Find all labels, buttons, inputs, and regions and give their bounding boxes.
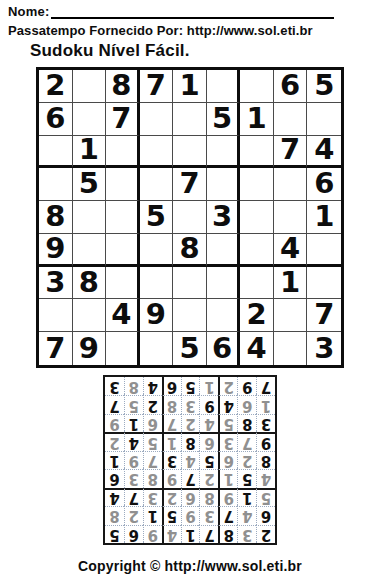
solution-cell-r2c5: 9 <box>181 506 200 524</box>
solution-cell-r3c7: 3 <box>143 488 162 506</box>
solution-cell-r3c9: 4 <box>105 488 124 506</box>
puzzle-cell-r1c3: 8 <box>106 70 140 103</box>
puzzle-cell-r1c1: 2 <box>39 70 73 103</box>
puzzle-cell-r9c5: 5 <box>173 332 207 365</box>
puzzle-cell-r7c7[interactable] <box>240 267 274 300</box>
solution-cell-r2c9: 8 <box>105 506 124 524</box>
puzzle-cell-r8c4: 9 <box>140 299 174 332</box>
solution-cell-r9c7: 4 <box>143 377 162 395</box>
solution-cell-r3c5: 6 <box>181 488 200 506</box>
solution-cell-r8c5: 3 <box>181 395 200 413</box>
solution-cell-r5c7: 7 <box>143 451 162 469</box>
solution-cell-r1c2: 3 <box>237 525 256 543</box>
solution-cell-r3c8: 7 <box>124 488 143 506</box>
puzzle-cell-r1c4: 7 <box>140 70 174 103</box>
solution-cell-r8c8: 5 <box>124 395 143 413</box>
puzzle-cell-r4c2: 5 <box>73 168 107 201</box>
solution-cell-r6c4: 6 <box>199 432 218 450</box>
solution-cell-r6c7: 5 <box>143 432 162 450</box>
puzzle-cell-r5c7[interactable] <box>240 201 274 234</box>
puzzle-cell-r9c3[interactable] <box>106 332 140 365</box>
puzzle-cell-r2c8[interactable] <box>274 103 308 136</box>
puzzle-cell-r5c5[interactable] <box>173 201 207 234</box>
solution-cell-r5c3: 6 <box>218 451 237 469</box>
solution-cell-r4c9: 6 <box>105 469 124 487</box>
solution-cell-r5c4: 5 <box>199 451 218 469</box>
puzzle-cell-r2c9[interactable] <box>307 103 341 136</box>
solution-cell-r1c7: 9 <box>143 525 162 543</box>
puzzle-cell-r3c7[interactable] <box>240 136 274 169</box>
puzzle-cell-r9c9: 3 <box>307 332 341 365</box>
puzzle-cell-r9c2: 9 <box>73 332 107 365</box>
solution-cell-r2c2: 4 <box>237 506 256 524</box>
solution-cell-r9c1: 7 <box>256 377 275 395</box>
solution-cell-r7c5: 2 <box>181 414 200 432</box>
solution-cell-r7c9: 9 <box>105 414 124 432</box>
solution-cell-r7c4: 4 <box>199 414 218 432</box>
puzzle-cell-r8c7: 2 <box>240 299 274 332</box>
solution-cell-r5c8: 9 <box>124 451 143 469</box>
puzzle-cell-r6c6[interactable] <box>207 234 241 267</box>
puzzle-cell-r6c3[interactable] <box>106 234 140 267</box>
solution-cell-r7c7: 6 <box>143 414 162 432</box>
solution-cell-r5c1: 8 <box>256 451 275 469</box>
puzzle-cell-r8c1[interactable] <box>39 299 73 332</box>
solution-cell-r2c8: 2 <box>124 506 143 524</box>
puzzle-cell-r7c6[interactable] <box>207 267 241 300</box>
solution-cell-r3c4: 8 <box>199 488 218 506</box>
solution-cell-r2c1: 6 <box>256 506 275 524</box>
puzzle-cell-r4c9: 6 <box>307 168 341 201</box>
puzzle-cell-r3c1[interactable] <box>39 136 73 169</box>
puzzle-cell-r1c2[interactable] <box>73 70 107 103</box>
puzzle-cell-r4c4[interactable] <box>140 168 174 201</box>
puzzle-cell-r1c6[interactable] <box>207 70 241 103</box>
name-label: Nome: <box>8 4 49 19</box>
puzzle-cell-r3c9: 4 <box>307 136 341 169</box>
puzzle-cell-r4c8[interactable] <box>274 168 308 201</box>
puzzle-cell-r5c3[interactable] <box>106 201 140 234</box>
solution-cell-r4c8: 3 <box>124 469 143 487</box>
puzzle-cell-r2c3: 7 <box>106 103 140 136</box>
puzzle-cell-r2c6: 5 <box>207 103 241 136</box>
solution-cell-r9c6: 6 <box>162 377 181 395</box>
puzzle-cell-r4c1[interactable] <box>39 168 73 201</box>
puzzle-cell-r4c7[interactable] <box>240 168 274 201</box>
solution-cell-r9c9: 3 <box>105 377 124 395</box>
name-row: Nome: <box>8 3 334 19</box>
solution-cell-r8c3: 4 <box>218 395 237 413</box>
solution-cell-r1c8: 6 <box>124 525 143 543</box>
puzzle-cell-r9c8[interactable] <box>274 332 308 365</box>
puzzle-cell-r5c1: 8 <box>39 201 73 234</box>
puzzle-cell-r6c4[interactable] <box>140 234 174 267</box>
puzzle-cell-r7c4[interactable] <box>140 267 174 300</box>
solution-cell-r7c2: 8 <box>237 414 256 432</box>
solution-cell-r1c4: 7 <box>199 525 218 543</box>
page-title: Sudoku Nível Fácil. <box>30 41 190 61</box>
solution-cell-r4c7: 8 <box>143 469 162 487</box>
puzzle-cell-r3c3[interactable] <box>106 136 140 169</box>
puzzle-cell-r8c6[interactable] <box>207 299 241 332</box>
puzzle-cell-r6c1: 9 <box>39 234 73 267</box>
puzzle-cell-r1c9: 5 <box>307 70 341 103</box>
solution-cell-r1c9: 5 <box>105 525 124 543</box>
solution-cell-r9c3: 2 <box>218 377 237 395</box>
solution-cell-r7c8: 1 <box>124 414 143 432</box>
solution-cell-r4c3: 1 <box>218 469 237 487</box>
puzzle-cell-r6c8: 4 <box>274 234 308 267</box>
puzzle-cell-r9c6: 6 <box>207 332 241 365</box>
puzzle-cell-r5c6: 3 <box>207 201 241 234</box>
sudoku-worksheet-page: Nome: Passatempo Fornecido Por: http://w… <box>0 0 380 585</box>
name-blank-line[interactable] <box>51 3 334 19</box>
solution-cell-r6c9: 2 <box>105 432 124 450</box>
solution-cell-r8c9: 7 <box>105 395 124 413</box>
puzzle-cell-r3c4[interactable] <box>140 136 174 169</box>
solution-cell-r8c2: 6 <box>237 395 256 413</box>
solution-cell-r4c2: 5 <box>237 469 256 487</box>
puzzle-cell-r6c5: 8 <box>173 234 207 267</box>
puzzle-cell-r3c8: 7 <box>274 136 308 169</box>
puzzle-cell-r9c7: 4 <box>240 332 274 365</box>
puzzle-cell-r6c9[interactable] <box>307 234 341 267</box>
puzzle-cell-r1c8: 6 <box>274 70 308 103</box>
puzzle-cell-r4c5: 7 <box>173 168 207 201</box>
solution-cell-r4c4: 2 <box>199 469 218 487</box>
puzzle-cell-r1c7[interactable] <box>240 70 274 103</box>
solution-cell-r2c3: 7 <box>218 506 237 524</box>
puzzle-cell-r7c3[interactable] <box>106 267 140 300</box>
solution-cell-r7c1: 3 <box>256 414 275 432</box>
puzzle-cell-r4c3[interactable] <box>106 168 140 201</box>
solution-cell-r3c6: 2 <box>162 488 181 506</box>
solution-cell-r1c5: 1 <box>181 525 200 543</box>
solution-cell-r1c1: 2 <box>256 525 275 543</box>
solution-cell-r7c3: 5 <box>218 414 237 432</box>
puzzle-cell-r7c1: 3 <box>39 267 73 300</box>
solution-cell-r5c2: 2 <box>237 451 256 469</box>
solution-grid-rotated-180: 2387149656473951285198623744512798368265… <box>103 375 277 545</box>
solution-cell-r4c5: 7 <box>181 469 200 487</box>
puzzle-cell-r1c5: 1 <box>173 70 207 103</box>
solution-cell-r6c2: 7 <box>237 432 256 450</box>
solution-cell-r6c3: 3 <box>218 432 237 450</box>
solution-cell-r2c7: 1 <box>143 506 162 524</box>
solution-cell-r6c6: 1 <box>162 432 181 450</box>
solution-cell-r3c3: 9 <box>218 488 237 506</box>
solution-cell-r7c6: 7 <box>162 414 181 432</box>
solution-cell-r8c7: 2 <box>143 395 162 413</box>
solution-cell-r4c1: 4 <box>256 469 275 487</box>
puzzle-cell-r7c8: 1 <box>274 267 308 300</box>
solution-cell-r3c1: 5 <box>256 488 275 506</box>
solution-cell-r2c6: 5 <box>162 506 181 524</box>
puzzle-cell-r8c2[interactable] <box>73 299 107 332</box>
puzzle-cell-r4c6[interactable] <box>207 168 241 201</box>
solution-cell-r9c5: 5 <box>181 377 200 395</box>
copyright-footer: Copyright © http://www.sol.eti.br <box>0 558 380 574</box>
puzzle-cell-r8c8[interactable] <box>274 299 308 332</box>
main-sudoku-grid: 287165675117457685319843814927795643 <box>36 67 344 368</box>
puzzle-cell-r3c2: 1 <box>73 136 107 169</box>
puzzle-cell-r3c6[interactable] <box>207 136 241 169</box>
puzzle-cell-r7c2: 8 <box>73 267 107 300</box>
solution-cell-r3c2: 1 <box>237 488 256 506</box>
solution-cell-r8c6: 8 <box>162 395 181 413</box>
puzzle-cell-r8c9: 7 <box>307 299 341 332</box>
solution-cell-r8c1: 1 <box>256 395 275 413</box>
solution-cell-r4c6: 9 <box>162 469 181 487</box>
solution-cell-r5c5: 4 <box>181 451 200 469</box>
puzzle-cell-r2c2[interactable] <box>73 103 107 136</box>
puzzle-cell-r5c9: 1 <box>307 201 341 234</box>
solution-cell-r5c6: 3 <box>162 451 181 469</box>
puzzle-cell-r3c5[interactable] <box>173 136 207 169</box>
puzzle-cell-r2c4[interactable] <box>140 103 174 136</box>
puzzle-cell-r8c3: 4 <box>106 299 140 332</box>
solution-cell-r2c4: 3 <box>199 506 218 524</box>
puzzle-cell-r5c8[interactable] <box>274 201 308 234</box>
solution-cell-r6c8: 4 <box>124 432 143 450</box>
solution-cell-r6c1: 9 <box>256 432 275 450</box>
puzzle-cell-r9c1: 7 <box>39 332 73 365</box>
puzzle-cell-r2c1: 6 <box>39 103 73 136</box>
solution-cell-r9c2: 9 <box>237 377 256 395</box>
puzzle-cell-r8c5[interactable] <box>173 299 207 332</box>
puzzle-cell-r9c4[interactable] <box>140 332 174 365</box>
puzzle-cell-r7c9[interactable] <box>307 267 341 300</box>
solution-cell-r8c4: 9 <box>199 395 218 413</box>
solution-cell-r1c6: 4 <box>162 525 181 543</box>
puzzle-cell-r7c5[interactable] <box>173 267 207 300</box>
puzzle-cell-r2c7: 1 <box>240 103 274 136</box>
puzzle-cell-r6c2[interactable] <box>73 234 107 267</box>
solution-cell-r9c8: 8 <box>124 377 143 395</box>
solution-cell-r1c3: 8 <box>218 525 237 543</box>
solution-cell-r5c9: 1 <box>105 451 124 469</box>
puzzle-cell-r2c5[interactable] <box>173 103 207 136</box>
provider-line: Passatempo Fornecido Por: http://www.sol… <box>8 23 313 38</box>
solution-cell-r6c5: 8 <box>181 432 200 450</box>
puzzle-cell-r6c7[interactable] <box>240 234 274 267</box>
solution-cell-r9c4: 1 <box>199 377 218 395</box>
puzzle-cell-r5c2[interactable] <box>73 201 107 234</box>
puzzle-cell-r5c4: 5 <box>140 201 174 234</box>
